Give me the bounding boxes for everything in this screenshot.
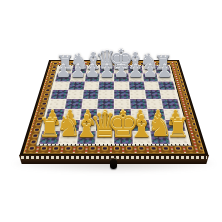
square-f7 [128, 73, 143, 81]
drawer-knob [110, 158, 117, 169]
square-f4 [130, 99, 147, 109]
square-g7 [142, 73, 158, 81]
square-c7 [85, 73, 100, 81]
mosaic-inlay-strip [35, 65, 192, 146]
square-g2 [148, 120, 167, 132]
square-h8 [155, 66, 171, 73]
square-f5 [129, 90, 145, 99]
board-grid [39, 66, 189, 144]
square-e4 [114, 99, 130, 109]
square-b8 [71, 66, 86, 73]
square-e7 [114, 73, 129, 81]
square-b7 [70, 73, 86, 81]
square-d4 [98, 99, 114, 109]
square-g6 [143, 81, 159, 90]
square-c8 [86, 66, 101, 73]
square-f2 [131, 120, 150, 132]
square-b2 [60, 120, 79, 132]
square-h2 [166, 120, 186, 132]
square-c6 [83, 81, 99, 90]
chess-board [19, 60, 208, 156]
square-d5 [98, 90, 114, 99]
square-h1 [168, 131, 189, 144]
square-b1 [58, 131, 78, 144]
square-c3 [80, 109, 98, 120]
square-d3 [97, 109, 114, 120]
square-e8 [114, 66, 128, 73]
square-b5 [66, 90, 83, 99]
square-b3 [62, 109, 81, 120]
square-e2 [114, 120, 132, 132]
square-h4 [162, 99, 180, 109]
square-h6 [158, 81, 175, 90]
square-c1 [77, 131, 97, 144]
chess-set-product-photo: ♜♞♝♛♚♝♞♜♟♟♟♟♟♟♟♟♟♟♟♟♟♟♟♟♜♞♝♛♚♝♞♜ [0, 0, 222, 222]
square-g4 [146, 99, 164, 109]
square-c5 [82, 90, 98, 99]
square-f1 [132, 131, 152, 144]
square-e3 [114, 109, 131, 120]
square-g8 [141, 66, 156, 73]
square-d1 [95, 131, 114, 144]
square-b6 [68, 81, 84, 90]
square-h3 [163, 109, 182, 120]
square-e1 [114, 131, 133, 144]
square-f6 [129, 81, 145, 90]
square-h7 [157, 73, 173, 81]
square-c2 [78, 120, 97, 132]
square-d2 [96, 120, 114, 132]
square-d6 [99, 81, 114, 90]
inlay-border-band [23, 61, 205, 153]
square-b4 [65, 99, 83, 109]
square-f3 [130, 109, 148, 120]
square-d7 [99, 73, 114, 81]
square-f8 [128, 66, 143, 73]
square-e5 [114, 90, 130, 99]
square-e6 [114, 81, 129, 90]
square-h5 [160, 90, 178, 99]
square-g3 [147, 109, 166, 120]
square-g5 [145, 90, 162, 99]
square-d8 [100, 66, 114, 73]
square-c4 [81, 99, 98, 109]
